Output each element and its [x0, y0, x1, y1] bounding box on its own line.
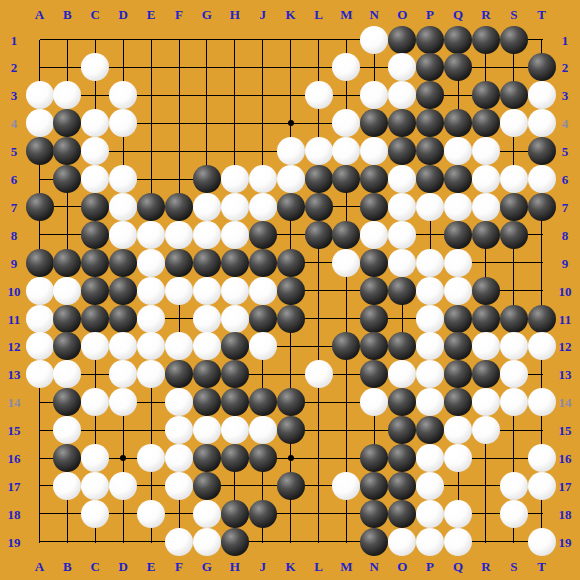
- stone-black-P5: [416, 137, 444, 165]
- row-label-right-8: 8: [562, 228, 569, 241]
- col-label-bottom-C: C: [91, 560, 100, 573]
- stone-white-N3: [360, 81, 388, 109]
- row-label-left-8: 8: [11, 228, 18, 241]
- stone-black-L6: [305, 165, 333, 193]
- stone-white-D7: [109, 193, 137, 221]
- row-label-right-12: 12: [559, 340, 572, 353]
- stone-white-F12: [165, 332, 193, 360]
- col-label-top-H: H: [230, 8, 240, 21]
- stone-black-L8: [305, 221, 333, 249]
- stone-black-J8: [249, 221, 277, 249]
- stone-white-P7: [416, 193, 444, 221]
- col-label-bottom-R: R: [481, 560, 490, 573]
- stone-white-E18: [137, 500, 165, 528]
- col-label-top-K: K: [286, 8, 296, 21]
- stone-white-R7: [472, 193, 500, 221]
- stone-white-C5: [81, 137, 109, 165]
- go-board[interactable]: AA11BB22CC33DD44EE55FF66GG77HH88JJ99KK10…: [0, 0, 580, 580]
- stone-white-P14: [416, 388, 444, 416]
- stone-black-N17: [360, 472, 388, 500]
- stone-black-K10: [277, 277, 305, 305]
- stone-white-R6: [472, 165, 500, 193]
- stone-black-P2: [416, 53, 444, 81]
- stone-white-T16: [528, 444, 556, 472]
- stone-black-H13: [221, 360, 249, 388]
- stone-white-D13: [109, 360, 137, 388]
- stone-black-J14: [249, 388, 277, 416]
- stone-white-T17: [528, 472, 556, 500]
- stone-black-O15: [388, 416, 416, 444]
- stone-white-H11: [221, 305, 249, 333]
- stone-black-J18: [249, 500, 277, 528]
- stone-black-R1: [472, 26, 500, 54]
- stone-white-T14: [528, 388, 556, 416]
- stone-black-C8: [81, 221, 109, 249]
- col-label-bottom-A: A: [35, 560, 44, 573]
- stone-black-O5: [388, 137, 416, 165]
- stone-white-D12: [109, 332, 137, 360]
- stone-white-G11: [193, 305, 221, 333]
- stone-black-B5: [53, 137, 81, 165]
- stone-black-O14: [388, 388, 416, 416]
- stone-white-C18: [81, 500, 109, 528]
- stone-black-Q13: [444, 360, 472, 388]
- stone-black-C11: [81, 305, 109, 333]
- stone-black-Q8: [444, 221, 472, 249]
- stone-white-F17: [165, 472, 193, 500]
- stone-white-F19: [165, 528, 193, 556]
- stone-black-N11: [360, 305, 388, 333]
- star-point-D16: [120, 455, 126, 461]
- stone-white-B13: [53, 360, 81, 388]
- stone-black-S7: [500, 193, 528, 221]
- stone-white-Q9: [444, 249, 472, 277]
- stone-black-Q12: [444, 332, 472, 360]
- stone-black-N4: [360, 109, 388, 137]
- stone-black-K7: [277, 193, 305, 221]
- stone-white-R15: [472, 416, 500, 444]
- stone-black-C9: [81, 249, 109, 277]
- stone-white-A13: [26, 360, 54, 388]
- col-label-bottom-L: L: [314, 560, 323, 573]
- row-label-right-7: 7: [562, 200, 569, 213]
- stone-white-L5: [305, 137, 333, 165]
- col-label-top-F: F: [175, 8, 183, 21]
- stone-black-C10: [81, 277, 109, 305]
- stone-white-D8: [109, 221, 137, 249]
- row-label-right-4: 4: [562, 117, 569, 130]
- col-label-top-M: M: [340, 8, 352, 21]
- stone-black-L7: [305, 193, 333, 221]
- stone-white-M4: [332, 109, 360, 137]
- col-label-bottom-D: D: [118, 560, 127, 573]
- stone-black-N9: [360, 249, 388, 277]
- stone-white-M9: [332, 249, 360, 277]
- stone-black-Q14: [444, 388, 472, 416]
- row-label-right-10: 10: [559, 284, 572, 297]
- stone-black-O1: [388, 26, 416, 54]
- stone-white-A11: [26, 305, 54, 333]
- stone-white-Q19: [444, 528, 472, 556]
- stone-white-N8: [360, 221, 388, 249]
- stone-black-A9: [26, 249, 54, 277]
- stone-black-T7: [528, 193, 556, 221]
- stone-black-D9: [109, 249, 137, 277]
- stone-white-E16: [137, 444, 165, 472]
- stone-black-M6: [332, 165, 360, 193]
- stone-black-C7: [81, 193, 109, 221]
- stone-white-H7: [221, 193, 249, 221]
- stone-black-B14: [53, 388, 81, 416]
- stone-black-K14: [277, 388, 305, 416]
- stone-white-S13: [500, 360, 528, 388]
- row-label-right-6: 6: [562, 173, 569, 186]
- stone-black-S3: [500, 81, 528, 109]
- stone-white-M17: [332, 472, 360, 500]
- star-point-K4: [288, 120, 294, 126]
- stone-white-J7: [249, 193, 277, 221]
- stone-black-O4: [388, 109, 416, 137]
- stone-black-Q4: [444, 109, 472, 137]
- stone-white-K6: [277, 165, 305, 193]
- stone-black-R11: [472, 305, 500, 333]
- stone-black-J11: [249, 305, 277, 333]
- stone-black-T5: [528, 137, 556, 165]
- stone-black-H16: [221, 444, 249, 472]
- row-label-right-5: 5: [562, 145, 569, 158]
- stone-black-F13: [165, 360, 193, 388]
- stone-white-O7: [388, 193, 416, 221]
- stone-white-T3: [528, 81, 556, 109]
- stone-black-G9: [193, 249, 221, 277]
- stone-white-J15: [249, 416, 277, 444]
- stone-white-S12: [500, 332, 528, 360]
- stone-white-T19: [528, 528, 556, 556]
- stone-white-P9: [416, 249, 444, 277]
- col-label-top-Q: Q: [453, 8, 463, 21]
- row-label-left-3: 3: [11, 89, 18, 102]
- stone-white-Q10: [444, 277, 472, 305]
- stone-white-H6: [221, 165, 249, 193]
- row-label-right-18: 18: [559, 507, 572, 520]
- stone-white-G19: [193, 528, 221, 556]
- stone-white-S18: [500, 500, 528, 528]
- stone-white-B15: [53, 416, 81, 444]
- stone-black-N12: [360, 332, 388, 360]
- stone-white-N1: [360, 26, 388, 54]
- stone-black-N6: [360, 165, 388, 193]
- stone-white-N14: [360, 388, 388, 416]
- col-label-bottom-M: M: [340, 560, 352, 573]
- stone-black-G6: [193, 165, 221, 193]
- col-label-top-S: S: [510, 8, 517, 21]
- row-label-right-11: 11: [559, 312, 571, 325]
- stone-black-T11: [528, 305, 556, 333]
- stone-black-S1: [500, 26, 528, 54]
- stone-black-B11: [53, 305, 81, 333]
- col-label-top-E: E: [147, 8, 156, 21]
- stone-black-O18: [388, 500, 416, 528]
- stone-white-C4: [81, 109, 109, 137]
- stone-black-P3: [416, 81, 444, 109]
- stone-white-E12: [137, 332, 165, 360]
- stone-white-H8: [221, 221, 249, 249]
- stone-white-D6: [109, 165, 137, 193]
- row-label-right-17: 17: [559, 479, 572, 492]
- col-label-bottom-B: B: [63, 560, 72, 573]
- stone-black-O12: [388, 332, 416, 360]
- stone-white-F10: [165, 277, 193, 305]
- stone-white-C16: [81, 444, 109, 472]
- stone-black-M12: [332, 332, 360, 360]
- stone-white-T6: [528, 165, 556, 193]
- row-label-left-12: 12: [8, 340, 21, 353]
- stone-black-J9: [249, 249, 277, 277]
- stone-black-P6: [416, 165, 444, 193]
- stone-black-B12: [53, 332, 81, 360]
- stone-white-R14: [472, 388, 500, 416]
- stone-white-J6: [249, 165, 277, 193]
- stone-white-O9: [388, 249, 416, 277]
- row-label-left-13: 13: [8, 368, 21, 381]
- stone-white-C2: [81, 53, 109, 81]
- col-label-bottom-J: J: [259, 560, 266, 573]
- stone-white-A10: [26, 277, 54, 305]
- stone-white-S14: [500, 388, 528, 416]
- stone-white-L3: [305, 81, 333, 109]
- row-label-left-10: 10: [8, 284, 21, 297]
- stone-white-G12: [193, 332, 221, 360]
- row-label-right-16: 16: [559, 452, 572, 465]
- stone-white-H15: [221, 416, 249, 444]
- stone-black-F7: [165, 193, 193, 221]
- col-label-bottom-N: N: [370, 560, 379, 573]
- stone-white-H10: [221, 277, 249, 305]
- row-label-right-15: 15: [559, 424, 572, 437]
- col-label-bottom-Q: Q: [453, 560, 463, 573]
- stone-black-O16: [388, 444, 416, 472]
- row-label-left-1: 1: [11, 33, 18, 46]
- stone-white-T12: [528, 332, 556, 360]
- stone-black-D11: [109, 305, 137, 333]
- stone-black-H12: [221, 332, 249, 360]
- stone-white-E9: [137, 249, 165, 277]
- stone-white-R12: [472, 332, 500, 360]
- col-label-bottom-H: H: [230, 560, 240, 573]
- stone-white-C17: [81, 472, 109, 500]
- col-label-bottom-S: S: [510, 560, 517, 573]
- col-label-top-C: C: [91, 8, 100, 21]
- col-label-top-G: G: [202, 8, 212, 21]
- stone-white-G8: [193, 221, 221, 249]
- col-label-top-P: P: [426, 8, 434, 21]
- stone-white-S6: [500, 165, 528, 193]
- stone-white-F14: [165, 388, 193, 416]
- stone-black-K9: [277, 249, 305, 277]
- stone-white-D3: [109, 81, 137, 109]
- stone-black-N18: [360, 500, 388, 528]
- stone-black-K15: [277, 416, 305, 444]
- stone-white-E11: [137, 305, 165, 333]
- row-label-right-14: 14: [559, 396, 572, 409]
- stone-white-F15: [165, 416, 193, 444]
- col-label-bottom-K: K: [286, 560, 296, 573]
- stone-white-E10: [137, 277, 165, 305]
- row-label-left-16: 16: [8, 452, 21, 465]
- stone-white-K5: [277, 137, 305, 165]
- stone-black-R3: [472, 81, 500, 109]
- row-label-right-13: 13: [559, 368, 572, 381]
- stone-white-Q18: [444, 500, 472, 528]
- col-label-top-D: D: [118, 8, 127, 21]
- stone-white-C14: [81, 388, 109, 416]
- stone-black-R8: [472, 221, 500, 249]
- stone-black-B6: [53, 165, 81, 193]
- stone-black-K11: [277, 305, 305, 333]
- col-label-top-A: A: [35, 8, 44, 21]
- col-label-bottom-F: F: [175, 560, 183, 573]
- stone-white-B10: [53, 277, 81, 305]
- stone-white-T4: [528, 109, 556, 137]
- row-label-left-14: 14: [8, 396, 21, 409]
- stone-white-D17: [109, 472, 137, 500]
- stone-white-E13: [137, 360, 165, 388]
- stone-white-D14: [109, 388, 137, 416]
- grid-line-v-L: [318, 40, 319, 543]
- row-label-left-9: 9: [11, 256, 18, 269]
- stone-white-A4: [26, 109, 54, 137]
- stone-black-G14: [193, 388, 221, 416]
- star-point-K16: [288, 455, 294, 461]
- stone-white-S4: [500, 109, 528, 137]
- stone-white-Q16: [444, 444, 472, 472]
- stone-black-E7: [137, 193, 165, 221]
- row-label-left-11: 11: [8, 312, 20, 325]
- stone-white-P10: [416, 277, 444, 305]
- row-label-left-18: 18: [8, 507, 21, 520]
- stone-white-G15: [193, 416, 221, 444]
- stone-black-H19: [221, 528, 249, 556]
- col-label-bottom-G: G: [202, 560, 212, 573]
- stone-black-B16: [53, 444, 81, 472]
- col-label-bottom-O: O: [397, 560, 407, 573]
- stone-white-O19: [388, 528, 416, 556]
- stone-white-S17: [500, 472, 528, 500]
- stone-white-O13: [388, 360, 416, 388]
- stone-black-H18: [221, 500, 249, 528]
- stone-white-P17: [416, 472, 444, 500]
- col-label-top-L: L: [314, 8, 323, 21]
- stone-white-M2: [332, 53, 360, 81]
- stone-white-Q7: [444, 193, 472, 221]
- stone-black-P4: [416, 109, 444, 137]
- stone-black-N13: [360, 360, 388, 388]
- stone-black-K17: [277, 472, 305, 500]
- row-label-left-5: 5: [11, 145, 18, 158]
- stone-black-A7: [26, 193, 54, 221]
- stone-white-O6: [388, 165, 416, 193]
- stone-white-D4: [109, 109, 137, 137]
- stone-black-S11: [500, 305, 528, 333]
- row-label-right-2: 2: [562, 61, 569, 74]
- stone-white-Q5: [444, 137, 472, 165]
- stone-black-N16: [360, 444, 388, 472]
- stone-white-R5: [472, 137, 500, 165]
- stone-black-H14: [221, 388, 249, 416]
- stone-black-Q11: [444, 305, 472, 333]
- row-label-right-19: 19: [559, 535, 572, 548]
- row-label-right-1: 1: [562, 33, 569, 46]
- stone-black-M8: [332, 221, 360, 249]
- stone-white-G10: [193, 277, 221, 305]
- stone-white-C12: [81, 332, 109, 360]
- stone-white-E8: [137, 221, 165, 249]
- row-label-right-3: 3: [562, 89, 569, 102]
- row-label-left-15: 15: [8, 424, 21, 437]
- stone-white-P13: [416, 360, 444, 388]
- row-label-left-7: 7: [11, 200, 18, 213]
- stone-white-Q15: [444, 416, 472, 444]
- stone-white-J10: [249, 277, 277, 305]
- stone-white-J12: [249, 332, 277, 360]
- row-label-left-6: 6: [11, 173, 18, 186]
- stone-white-P12: [416, 332, 444, 360]
- stone-white-A3: [26, 81, 54, 109]
- stone-black-R13: [472, 360, 500, 388]
- stone-black-R10: [472, 277, 500, 305]
- row-label-right-9: 9: [562, 256, 569, 269]
- stone-white-N5: [360, 137, 388, 165]
- stone-white-A12: [26, 332, 54, 360]
- stone-white-B17: [53, 472, 81, 500]
- stone-white-C6: [81, 165, 109, 193]
- stone-black-Q2: [444, 53, 472, 81]
- stone-black-N10: [360, 277, 388, 305]
- col-label-top-O: O: [397, 8, 407, 21]
- col-label-top-B: B: [63, 8, 72, 21]
- stone-black-Q1: [444, 26, 472, 54]
- stone-black-A5: [26, 137, 54, 165]
- stone-black-O10: [388, 277, 416, 305]
- stone-white-P11: [416, 305, 444, 333]
- stone-black-J16: [249, 444, 277, 472]
- stone-white-B3: [53, 81, 81, 109]
- stone-white-O3: [388, 81, 416, 109]
- stone-white-G18: [193, 500, 221, 528]
- row-label-left-19: 19: [8, 535, 21, 548]
- stone-black-B9: [53, 249, 81, 277]
- stone-black-S8: [500, 221, 528, 249]
- stone-black-G16: [193, 444, 221, 472]
- col-label-bottom-T: T: [537, 560, 546, 573]
- stone-white-G7: [193, 193, 221, 221]
- stone-black-N19: [360, 528, 388, 556]
- stone-black-P15: [416, 416, 444, 444]
- stone-black-B4: [53, 109, 81, 137]
- row-label-left-17: 17: [8, 479, 21, 492]
- col-label-top-J: J: [259, 8, 266, 21]
- col-label-top-R: R: [481, 8, 490, 21]
- stone-black-H9: [221, 249, 249, 277]
- col-label-top-T: T: [537, 8, 546, 21]
- stone-white-O8: [388, 221, 416, 249]
- stone-white-F8: [165, 221, 193, 249]
- row-label-left-4: 4: [11, 117, 18, 130]
- row-label-left-2: 2: [11, 61, 18, 74]
- stone-white-P18: [416, 500, 444, 528]
- col-label-top-N: N: [370, 8, 379, 21]
- col-label-bottom-E: E: [147, 560, 156, 573]
